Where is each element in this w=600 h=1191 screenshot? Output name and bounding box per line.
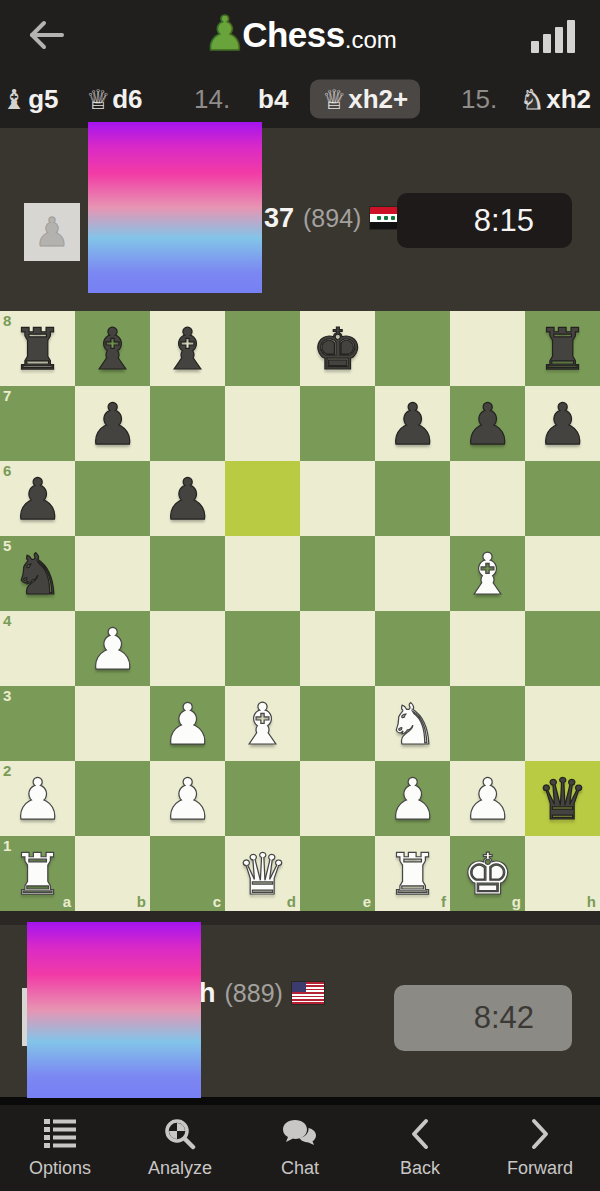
- square-d3[interactable]: ♝: [225, 686, 300, 761]
- square-e6[interactable]: [300, 461, 375, 536]
- move-item[interactable]: b4: [258, 84, 288, 115]
- censored-username-overlay-white: [27, 922, 201, 1098]
- chesscom-logo[interactable]: ♟ Chess .com: [0, 0, 600, 70]
- white-pawn-a2[interactable]: ♟: [0, 761, 75, 836]
- white-pawn-b4[interactable]: ♟: [75, 611, 150, 686]
- knight-icon: ♞: [520, 86, 544, 113]
- file-label-b: b: [137, 894, 146, 909]
- move-text: g5: [28, 84, 58, 115]
- nav-divider: [0, 1097, 600, 1105]
- white-pawn-c3[interactable]: ♟: [150, 686, 225, 761]
- square-h7[interactable]: ♟: [525, 386, 600, 461]
- clock-black-time: 8:15: [474, 203, 572, 239]
- square-a1[interactable]: 1a♜: [0, 836, 75, 911]
- black-pawn-f7[interactable]: ♟: [375, 386, 450, 461]
- square-e3[interactable]: [300, 686, 375, 761]
- player-name-white: h: [199, 978, 216, 1009]
- square-d7[interactable]: [225, 386, 300, 461]
- rank-label-3: 3: [3, 688, 11, 703]
- black-pawn-c6[interactable]: ♟: [150, 461, 225, 536]
- clock-white-time: 8:42: [474, 1000, 572, 1036]
- queen-icon: ♕: [322, 86, 346, 113]
- avatar-pawn-icon: ♟: [34, 209, 70, 255]
- square-g4[interactable]: [450, 611, 525, 686]
- square-a5[interactable]: 5♞: [0, 536, 75, 611]
- move-list-bar: ♝g5♕d614.b4♕xh2+15.♞xh2: [0, 70, 600, 128]
- square-f3[interactable]: ♞: [375, 686, 450, 761]
- square-c3[interactable]: ♟: [150, 686, 225, 761]
- white-queen-d1[interactable]: ♛: [225, 836, 300, 911]
- move-text: 15.: [461, 84, 497, 115]
- back-move-button[interactable]: Back: [360, 1105, 480, 1191]
- top-bar: ♟ Chess .com: [0, 0, 600, 70]
- chess-board[interactable]: 8♜♝♝♚♜7♟♟♟♟6♟♟5♞♝4♟3♟♝♞2♟♟♟♟♛1a♜bcd♛ef♜g…: [0, 311, 600, 911]
- square-a6[interactable]: 6♟: [0, 461, 75, 536]
- move-text: xh2+: [348, 84, 408, 115]
- square-b3[interactable]: [75, 686, 150, 761]
- square-f5[interactable]: [375, 536, 450, 611]
- square-h3[interactable]: [525, 686, 600, 761]
- white-bishop-d3[interactable]: ♝: [225, 686, 300, 761]
- square-f6[interactable]: [375, 461, 450, 536]
- chat-label: Chat: [281, 1158, 319, 1179]
- white-rook-a1[interactable]: ♜: [0, 836, 75, 911]
- square-g2[interactable]: ♟: [450, 761, 525, 836]
- square-a7[interactable]: 7: [0, 386, 75, 461]
- square-d6[interactable]: [225, 461, 300, 536]
- square-f4[interactable]: [375, 611, 450, 686]
- white-bishop-g5[interactable]: ♝: [450, 536, 525, 611]
- square-e5[interactable]: [300, 536, 375, 611]
- square-a2[interactable]: 2♟: [0, 761, 75, 836]
- square-c8[interactable]: ♝: [150, 311, 225, 386]
- rank-label-4: 4: [3, 613, 11, 628]
- move-text: b4: [258, 84, 288, 115]
- chat-icon: [282, 1117, 318, 1151]
- file-label-c: c: [213, 894, 221, 909]
- square-h5[interactable]: [525, 536, 600, 611]
- square-d8[interactable]: [225, 311, 300, 386]
- move-text: d6: [112, 84, 142, 115]
- white-pawn-g2[interactable]: ♟: [450, 761, 525, 836]
- player-name-black: 37: [264, 203, 294, 234]
- options-button[interactable]: Options: [0, 1105, 120, 1191]
- square-a4[interactable]: 4: [0, 611, 75, 686]
- move-number: 14.: [194, 84, 230, 115]
- move-text: xh2: [546, 84, 591, 115]
- logo-pawn-icon: ♟: [203, 9, 246, 57]
- options-label: Options: [29, 1158, 91, 1179]
- chevron-left-icon: [409, 1117, 431, 1151]
- move-item[interactable]: ♕d6: [86, 84, 143, 115]
- black-bishop-b8[interactable]: ♝: [75, 311, 150, 386]
- square-c2[interactable]: ♟: [150, 761, 225, 836]
- square-c6[interactable]: ♟: [150, 461, 225, 536]
- options-list-icon: [44, 1117, 76, 1151]
- move-item[interactable]: ♞xh2: [520, 84, 591, 115]
- square-g1[interactable]: g♚: [450, 836, 525, 911]
- square-b1[interactable]: b: [75, 836, 150, 911]
- white-king-g1[interactable]: ♚: [450, 836, 525, 911]
- square-b2[interactable]: [75, 761, 150, 836]
- avatar-black[interactable]: ♟: [24, 203, 80, 261]
- analyze-button[interactable]: Analyze: [120, 1105, 240, 1191]
- black-pawn-a6[interactable]: ♟: [0, 461, 75, 536]
- analyze-icon: [164, 1117, 196, 1151]
- square-f1[interactable]: f♜: [375, 836, 450, 911]
- square-b6[interactable]: [75, 461, 150, 536]
- logo-text-chess: Chess: [242, 15, 345, 55]
- square-e7[interactable]: [300, 386, 375, 461]
- file-label-h: h: [587, 894, 596, 909]
- square-e4[interactable]: [300, 611, 375, 686]
- black-king-e8[interactable]: ♚: [300, 311, 375, 386]
- clock-black: 8:15: [397, 193, 572, 248]
- player-info-white[interactable]: h (889): [199, 975, 324, 1011]
- black-rook-a8[interactable]: ♜: [0, 311, 75, 386]
- square-b4[interactable]: ♟: [75, 611, 150, 686]
- square-h8[interactable]: ♜: [525, 311, 600, 386]
- rank-label-7: 7: [3, 388, 11, 403]
- chevron-right-icon: [529, 1117, 551, 1151]
- chat-button[interactable]: Chat: [240, 1105, 360, 1191]
- queen-icon: ♕: [86, 86, 110, 113]
- connection-signal-icon: [531, 19, 575, 53]
- logo-text-com: .com: [345, 17, 397, 54]
- square-g3[interactable]: [450, 686, 525, 761]
- white-pawn-f2[interactable]: ♟: [375, 761, 450, 836]
- usa-flag: [292, 982, 324, 1004]
- back-move-label: Back: [400, 1158, 440, 1179]
- black-pawn-g7[interactable]: ♟: [450, 386, 525, 461]
- analyze-label: Analyze: [148, 1158, 212, 1179]
- file-label-e: e: [363, 894, 371, 909]
- black-rook-h8[interactable]: ♜: [525, 311, 600, 386]
- square-g8[interactable]: [450, 311, 525, 386]
- player-info-black[interactable]: 37 (894): [264, 200, 402, 236]
- square-a8[interactable]: 8♜: [0, 311, 75, 386]
- black-pawn-h7[interactable]: ♟: [525, 386, 600, 461]
- white-knight-f3[interactable]: ♞: [375, 686, 450, 761]
- white-rook-f1[interactable]: ♜: [375, 836, 450, 911]
- square-d2[interactable]: [225, 761, 300, 836]
- square-d5[interactable]: [225, 536, 300, 611]
- square-b7[interactable]: ♟: [75, 386, 150, 461]
- black-bishop-c8[interactable]: ♝: [150, 311, 225, 386]
- white-pawn-c2[interactable]: ♟: [150, 761, 225, 836]
- chess-app-screen: ♟ Chess .com ♝g5♕d614.b4♕xh2+15.♞xh2 ♟ 3…: [0, 0, 600, 1191]
- forward-move-button[interactable]: Forward: [480, 1105, 600, 1191]
- square-h2[interactable]: ♛: [525, 761, 600, 836]
- clock-white: 8:42: [394, 985, 572, 1051]
- square-a3[interactable]: 3: [0, 686, 75, 761]
- square-f8[interactable]: [375, 311, 450, 386]
- bottom-nav: Options Analyze: [0, 1105, 600, 1191]
- square-g5[interactable]: ♝: [450, 536, 525, 611]
- square-d1[interactable]: d♛: [225, 836, 300, 911]
- player-rating-white: (889): [225, 979, 283, 1008]
- square-g7[interactable]: ♟: [450, 386, 525, 461]
- square-d4[interactable]: [225, 611, 300, 686]
- forward-move-label: Forward: [507, 1158, 573, 1179]
- square-c4[interactable]: [150, 611, 225, 686]
- bishop-icon: ♝: [2, 86, 26, 113]
- square-g6[interactable]: [450, 461, 525, 536]
- square-h1[interactable]: h: [525, 836, 600, 911]
- square-b5[interactable]: [75, 536, 150, 611]
- move-item[interactable]: ♝g5: [2, 84, 59, 115]
- square-c1[interactable]: c: [150, 836, 225, 911]
- square-e8[interactable]: ♚: [300, 311, 375, 386]
- black-pawn-b7[interactable]: ♟: [75, 386, 150, 461]
- square-b8[interactable]: ♝: [75, 311, 150, 386]
- square-e1[interactable]: e: [300, 836, 375, 911]
- square-h6[interactable]: [525, 461, 600, 536]
- move-text: 14.: [194, 84, 230, 115]
- move-number: 15.: [461, 84, 497, 115]
- square-h4[interactable]: [525, 611, 600, 686]
- square-c7[interactable]: [150, 386, 225, 461]
- black-queen-h2[interactable]: ♛: [525, 761, 600, 836]
- move-item[interactable]: ♕xh2+: [310, 80, 420, 119]
- square-f7[interactable]: ♟: [375, 386, 450, 461]
- square-c5[interactable]: [150, 536, 225, 611]
- square-f2[interactable]: ♟: [375, 761, 450, 836]
- censored-username-overlay-black: [88, 122, 262, 293]
- player-rating-black: (894): [303, 204, 361, 233]
- square-e2[interactable]: [300, 761, 375, 836]
- black-knight-a5[interactable]: ♞: [0, 536, 75, 611]
